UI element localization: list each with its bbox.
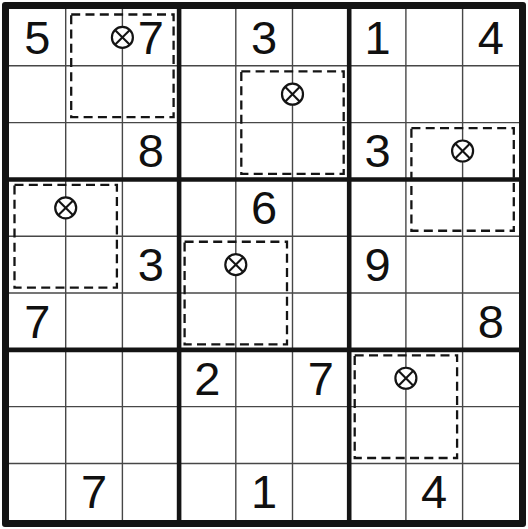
cell-r6c5[interactable] bbox=[236, 293, 293, 350]
cell-r9c2: 7 bbox=[66, 463, 123, 520]
cell-r4c3[interactable] bbox=[122, 179, 179, 236]
cell-r7c3[interactable] bbox=[122, 350, 179, 407]
cell-r3c6[interactable] bbox=[292, 123, 349, 180]
cell-r6c8[interactable] bbox=[406, 293, 463, 350]
cell-r8c7[interactable] bbox=[349, 407, 406, 464]
cell-r8c4[interactable] bbox=[179, 407, 236, 464]
cell-r9c6[interactable] bbox=[292, 463, 349, 520]
cell-r8c1[interactable] bbox=[9, 407, 66, 464]
cell-r2c2[interactable] bbox=[66, 66, 123, 123]
cell-r4c5: 6 bbox=[236, 179, 293, 236]
cell-r4c8[interactable] bbox=[406, 179, 463, 236]
cell-r9c7[interactable] bbox=[349, 463, 406, 520]
cell-r8c8[interactable] bbox=[406, 407, 463, 464]
cell-grid: 57314836397827714 bbox=[9, 9, 519, 520]
cell-r1c2[interactable] bbox=[66, 9, 123, 66]
cell-r2c4[interactable] bbox=[179, 66, 236, 123]
cell-r7c5[interactable] bbox=[236, 350, 293, 407]
sudoku-board: 57314836397827714 bbox=[2, 2, 526, 527]
cell-r9c4[interactable] bbox=[179, 463, 236, 520]
cell-r9c5: 1 bbox=[236, 463, 293, 520]
puzzle-page: 57314836397827714 bbox=[0, 0, 528, 529]
cell-r6c4[interactable] bbox=[179, 293, 236, 350]
cell-r1c3: 7 bbox=[122, 9, 179, 66]
cell-r2c6[interactable] bbox=[292, 66, 349, 123]
cell-r7c7[interactable] bbox=[349, 350, 406, 407]
cell-r2c5[interactable] bbox=[236, 66, 293, 123]
cell-r8c5[interactable] bbox=[236, 407, 293, 464]
cell-r3c8[interactable] bbox=[406, 123, 463, 180]
cell-r6c9: 8 bbox=[463, 293, 520, 350]
cell-r5c5[interactable] bbox=[236, 236, 293, 293]
cell-r1c4[interactable] bbox=[179, 9, 236, 66]
cell-r4c4[interactable] bbox=[179, 179, 236, 236]
cell-r4c1[interactable] bbox=[9, 179, 66, 236]
cell-r4c2[interactable] bbox=[66, 179, 123, 236]
cell-r9c3[interactable] bbox=[122, 463, 179, 520]
cell-r5c4[interactable] bbox=[179, 236, 236, 293]
cell-r6c3[interactable] bbox=[122, 293, 179, 350]
cell-r3c4[interactable] bbox=[179, 123, 236, 180]
cell-r5c2[interactable] bbox=[66, 236, 123, 293]
cell-r8c6[interactable] bbox=[292, 407, 349, 464]
cell-r9c9[interactable] bbox=[463, 463, 520, 520]
cell-r5c6[interactable] bbox=[292, 236, 349, 293]
cell-r1c1: 5 bbox=[9, 9, 66, 66]
cell-r7c4: 2 bbox=[179, 350, 236, 407]
cell-r8c3[interactable] bbox=[122, 407, 179, 464]
cell-r7c9[interactable] bbox=[463, 350, 520, 407]
cell-r2c8[interactable] bbox=[406, 66, 463, 123]
cell-r1c8[interactable] bbox=[406, 9, 463, 66]
cell-r6c1: 7 bbox=[9, 293, 66, 350]
cell-r1c6[interactable] bbox=[292, 9, 349, 66]
cell-r2c3[interactable] bbox=[122, 66, 179, 123]
cell-r4c7[interactable] bbox=[349, 179, 406, 236]
cell-r9c1[interactable] bbox=[9, 463, 66, 520]
cell-r3c3: 8 bbox=[122, 123, 179, 180]
cell-r3c2[interactable] bbox=[66, 123, 123, 180]
cell-r7c6: 7 bbox=[292, 350, 349, 407]
cell-r4c9[interactable] bbox=[463, 179, 520, 236]
cell-r8c9[interactable] bbox=[463, 407, 520, 464]
cell-r2c1[interactable] bbox=[9, 66, 66, 123]
cell-r4c6[interactable] bbox=[292, 179, 349, 236]
cell-r5c7: 9 bbox=[349, 236, 406, 293]
cell-r8c2[interactable] bbox=[66, 407, 123, 464]
cell-r5c3: 3 bbox=[122, 236, 179, 293]
cell-r3c1[interactable] bbox=[9, 123, 66, 180]
cell-r7c8[interactable] bbox=[406, 350, 463, 407]
cell-r7c2[interactable] bbox=[66, 350, 123, 407]
cell-r7c1[interactable] bbox=[9, 350, 66, 407]
cell-r2c7[interactable] bbox=[349, 66, 406, 123]
cell-r5c9[interactable] bbox=[463, 236, 520, 293]
cell-r6c7[interactable] bbox=[349, 293, 406, 350]
cell-r3c5[interactable] bbox=[236, 123, 293, 180]
cell-r6c6[interactable] bbox=[292, 293, 349, 350]
cell-r3c9[interactable] bbox=[463, 123, 520, 180]
cell-r1c9: 4 bbox=[463, 9, 520, 66]
cell-r2c9[interactable] bbox=[463, 66, 520, 123]
cell-r1c7: 1 bbox=[349, 9, 406, 66]
cell-r5c8[interactable] bbox=[406, 236, 463, 293]
cell-r3c7: 3 bbox=[349, 123, 406, 180]
cell-r5c1[interactable] bbox=[9, 236, 66, 293]
cell-r9c8: 4 bbox=[406, 463, 463, 520]
cell-r6c2[interactable] bbox=[66, 293, 123, 350]
cell-r1c5: 3 bbox=[236, 9, 293, 66]
